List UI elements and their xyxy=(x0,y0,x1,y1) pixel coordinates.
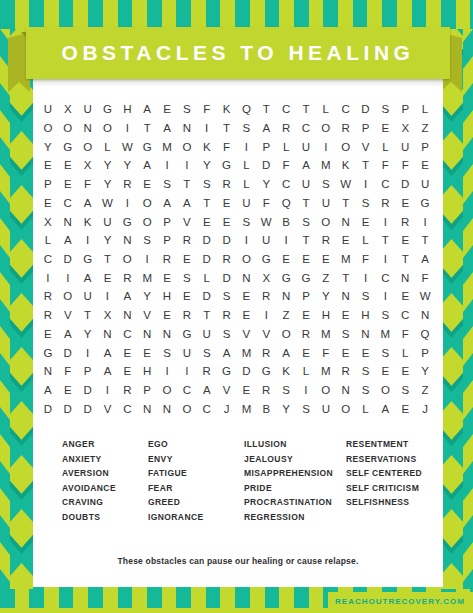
grid-cell: L xyxy=(375,137,395,156)
grid-cell: N xyxy=(336,381,356,400)
grid-cell: A xyxy=(375,399,395,418)
grid-cell: I xyxy=(117,194,137,213)
grid-cell: T xyxy=(395,250,415,269)
grid-cell: T xyxy=(415,231,435,250)
grid-cell: D xyxy=(217,268,237,287)
word-search-poster: OBSTACLES TO HEALING UXUGHAESFKQTCTLCDSP… xyxy=(0,0,473,613)
word-list-column: ILLUSIONJEALOUSYMISAPPREHENSIONPRIDEPROC… xyxy=(244,437,333,525)
grid-cell: M xyxy=(237,343,257,362)
word-list-item: FEAR xyxy=(148,481,204,496)
grid-cell: E xyxy=(58,156,78,175)
word-list-item: PROCRASTINATION xyxy=(244,495,333,510)
grid-cell: A xyxy=(177,194,197,213)
grid-cell: I xyxy=(356,268,376,287)
grid-cell: S xyxy=(336,324,356,343)
grid-cell: O xyxy=(336,399,356,418)
grid-cell: W xyxy=(98,194,118,213)
word-list-item: MISAPPREHENSION xyxy=(244,466,333,481)
word-list: ANGERANXIETYAVERSIONAVOIDANCECRAVINGDOUB… xyxy=(33,437,443,529)
grid-cell: S xyxy=(177,100,197,119)
grid-cell: E xyxy=(217,194,237,213)
grid-cell: G xyxy=(117,212,137,231)
grid-cell: E xyxy=(395,399,415,418)
grid-cell: S xyxy=(197,175,217,194)
grid-cell: E xyxy=(276,250,296,269)
grid-cell: I xyxy=(78,343,98,362)
grid-cell: N xyxy=(157,399,177,418)
word-list-item: AVOIDANCE xyxy=(62,481,116,496)
grid-cell: E xyxy=(336,343,356,362)
grid-cell: E xyxy=(336,306,356,325)
grid-cell: L xyxy=(237,175,257,194)
grid-cell: N xyxy=(137,399,157,418)
grid-cell: C xyxy=(395,306,415,325)
grid-cell: D xyxy=(395,175,415,194)
grid-cell: D xyxy=(256,156,276,175)
grid-cell: G xyxy=(276,268,296,287)
grid-cell: W xyxy=(117,137,137,156)
grid-cell: S xyxy=(356,381,376,400)
grid-cell: A xyxy=(415,250,435,269)
word-list-item: AVERSION xyxy=(62,466,116,481)
grid-cell: S xyxy=(356,362,376,381)
grid-cell: Y xyxy=(316,287,336,306)
grid-cell: I xyxy=(137,250,157,269)
grid-cell: F xyxy=(395,156,415,175)
grid-cell: U xyxy=(296,175,316,194)
grid-cell: I xyxy=(296,381,316,400)
grid-cell: D xyxy=(38,399,58,418)
grid-cell: V xyxy=(98,399,118,418)
grid-cell: A xyxy=(157,119,177,138)
grid-cell: R xyxy=(177,306,197,325)
grid-cell: E xyxy=(117,362,137,381)
grid-cell: O xyxy=(137,212,157,231)
grid-cell: E xyxy=(38,156,58,175)
grid-cell: N xyxy=(58,212,78,231)
word-list-column: EGOENVYFATIGUEFEARGREEDIGNORANCE xyxy=(148,437,204,525)
grid-cell: A xyxy=(217,343,237,362)
word-list-item: DOUBTS xyxy=(62,510,116,525)
grid-cell: T xyxy=(217,119,237,138)
grid-cell: O xyxy=(336,137,356,156)
grid-cell: V xyxy=(256,324,276,343)
grid-cell: R xyxy=(217,250,237,269)
grid-cell: R xyxy=(197,362,217,381)
grid-cell: F xyxy=(356,250,376,269)
grid-cell: L xyxy=(356,399,376,418)
grid-cell: Y xyxy=(98,175,118,194)
grid-cell: E xyxy=(316,250,336,269)
grid-cell: O xyxy=(177,399,197,418)
grid-cell: O xyxy=(58,287,78,306)
grid-cell: Y xyxy=(415,362,435,381)
grid-cell: S xyxy=(157,343,177,362)
grid-cell: P xyxy=(256,137,276,156)
grid-cell: S xyxy=(276,381,296,400)
grid-cell: I xyxy=(177,362,197,381)
grid-cell: D xyxy=(356,100,376,119)
grid-cell: P xyxy=(356,119,376,138)
grid-cell: I xyxy=(375,212,395,231)
grid-cell: F xyxy=(217,137,237,156)
grid-cell: G xyxy=(296,268,316,287)
grid-cell: V xyxy=(137,306,157,325)
grid-cell: M xyxy=(375,324,395,343)
grid-cell: T xyxy=(78,306,98,325)
grid-cell: S xyxy=(356,287,376,306)
grid-cell: E xyxy=(98,268,118,287)
grid-cell: A xyxy=(78,194,98,213)
grid-cell: Y xyxy=(137,287,157,306)
grid-cell: O xyxy=(38,119,58,138)
grid-cell: N xyxy=(117,306,137,325)
grid-cell: L xyxy=(38,231,58,250)
grid-cell: V xyxy=(356,137,376,156)
grid-cell: C xyxy=(276,100,296,119)
grid-cell: N xyxy=(336,212,356,231)
grid-cell: L xyxy=(316,100,336,119)
grid-cell: O xyxy=(157,381,177,400)
grid-cell: O xyxy=(316,119,336,138)
grid-cell: R xyxy=(217,306,237,325)
grid-cell: U xyxy=(316,194,336,213)
grid-cell: A xyxy=(38,381,58,400)
grid-cell: D xyxy=(78,381,98,400)
grid-cell: Y xyxy=(197,156,217,175)
word-list-item: EGO xyxy=(148,437,204,452)
grid-cell: G xyxy=(98,100,118,119)
grid-cell: R xyxy=(38,306,58,325)
grid-cell: L xyxy=(237,156,257,175)
grid-cell: T xyxy=(375,231,395,250)
grid-cell: E xyxy=(38,324,58,343)
grid-cell: E xyxy=(58,175,78,194)
grid-cell: I xyxy=(98,287,118,306)
grid-cell: F xyxy=(197,100,217,119)
grid-cell: G xyxy=(38,343,58,362)
grid-cell: U xyxy=(197,324,217,343)
grid-cell: Z xyxy=(415,119,435,138)
grid-cell: C xyxy=(296,119,316,138)
grid-cell: N xyxy=(276,287,296,306)
grid-cell: T xyxy=(296,100,316,119)
grid-cell: X xyxy=(98,306,118,325)
grid-cell: S xyxy=(395,381,415,400)
grid-cell: D xyxy=(58,343,78,362)
grid-cell: A xyxy=(78,268,98,287)
grid-cell: A xyxy=(58,231,78,250)
word-list-item: RESENTMENT xyxy=(346,437,422,452)
grid-cell: J xyxy=(415,399,435,418)
grid-cell: G xyxy=(256,362,276,381)
grid-cell: N xyxy=(356,324,376,343)
grid-cell: G xyxy=(177,324,197,343)
grid-cell: T xyxy=(296,194,316,213)
grid-cell: R xyxy=(117,175,137,194)
grid-cell: O xyxy=(177,137,197,156)
grid-cell: I xyxy=(58,268,78,287)
grid-cell: A xyxy=(296,156,316,175)
grid-cell: I xyxy=(256,306,276,325)
grid-cell: I xyxy=(276,231,296,250)
top-stripes-band xyxy=(0,0,473,29)
grid-cell: H xyxy=(157,287,177,306)
grid-cell: S xyxy=(316,175,336,194)
grid-cell: E xyxy=(117,343,137,362)
cube-pattern-left xyxy=(0,29,33,589)
word-list-item: ENVY xyxy=(148,452,204,467)
grid-cell: L xyxy=(296,362,316,381)
grid-cell: K xyxy=(336,156,356,175)
grid-cell: I xyxy=(356,175,376,194)
grid-cell: E xyxy=(157,268,177,287)
grid-cell: C xyxy=(336,100,356,119)
grid-cell: X xyxy=(256,268,276,287)
grid-cell: A xyxy=(58,324,78,343)
grid-cell: I xyxy=(157,362,177,381)
grid-cell: E xyxy=(415,156,435,175)
grid-cell: B xyxy=(276,212,296,231)
grid-cell: U xyxy=(78,100,98,119)
grid-cell: Z xyxy=(415,381,435,400)
grid-cell: K xyxy=(276,362,296,381)
grid-cell: S xyxy=(375,343,395,362)
grid-cell: S xyxy=(197,343,217,362)
grid-cell: F xyxy=(395,324,415,343)
grid-cell: M xyxy=(237,399,257,418)
grid-cell: E xyxy=(395,231,415,250)
grid-cell: C xyxy=(117,324,137,343)
grid-cell: R xyxy=(336,362,356,381)
grid-cell: L xyxy=(197,268,217,287)
grid-cell: E xyxy=(58,381,78,400)
word-list-item: IGNORANCE xyxy=(148,510,204,525)
grid-cell: M xyxy=(336,250,356,269)
grid-cell: H xyxy=(117,100,137,119)
caption-text: These obstacles can pause our healing or… xyxy=(33,556,443,566)
word-list-item: FATIGUE xyxy=(148,466,204,481)
grid-cell: T xyxy=(197,194,217,213)
grid-cell: G xyxy=(78,250,98,269)
grid-cell: E xyxy=(296,306,316,325)
grid-cell: O xyxy=(237,250,257,269)
grid-cell: Y xyxy=(78,324,98,343)
grid-cell: K xyxy=(78,212,98,231)
grid-cell: U xyxy=(415,175,435,194)
grid-cell: M xyxy=(316,156,336,175)
grid-cell: T xyxy=(197,306,217,325)
grid-cell: M xyxy=(137,268,157,287)
grid-cell: H xyxy=(356,306,376,325)
word-list-item: ILLUSION xyxy=(244,437,333,452)
grid-cell: D xyxy=(237,362,257,381)
grid-cell: V xyxy=(217,381,237,400)
grid-cell: T xyxy=(137,119,157,138)
grid-cell: C xyxy=(375,175,395,194)
grid-cell: T xyxy=(336,194,356,213)
grid-cell: P xyxy=(38,175,58,194)
grid-cell: Y xyxy=(98,156,118,175)
grid-cell: K xyxy=(217,100,237,119)
grid-cell: P xyxy=(157,231,177,250)
title-banner: OBSTACLES TO HEALING xyxy=(26,27,450,79)
grid-cell: Y xyxy=(117,156,137,175)
grid-cell: L xyxy=(98,137,118,156)
grid-cell: I xyxy=(177,156,197,175)
grid-cell: U xyxy=(237,194,257,213)
grid-cell: N xyxy=(78,119,98,138)
grid-cell: O xyxy=(98,119,118,138)
grid-cell: C xyxy=(197,399,217,418)
word-list-item: CRAVING xyxy=(62,495,116,510)
grid-cell: E xyxy=(237,287,257,306)
grid-cell: X xyxy=(58,100,78,119)
grid-cell: S xyxy=(237,119,257,138)
grid-cell: E xyxy=(237,306,257,325)
grid-cell: A xyxy=(137,156,157,175)
grid-cell: N xyxy=(237,268,257,287)
grid-cell: P xyxy=(395,100,415,119)
grid-cell: R xyxy=(256,287,276,306)
grid-cell: P xyxy=(296,287,316,306)
grid-cell: Z xyxy=(316,268,336,287)
grid-cell: I xyxy=(78,231,98,250)
grid-cell: C xyxy=(177,381,197,400)
word-list-item: SELFISHNESS xyxy=(346,495,422,510)
grid-cell: T xyxy=(256,100,276,119)
grid-cell: V xyxy=(177,212,197,231)
word-list-item: REGRESSION xyxy=(244,510,333,525)
grid-cell: O xyxy=(316,212,336,231)
grid-cell: C xyxy=(38,250,58,269)
grid-cell: R xyxy=(296,324,316,343)
grid-cell: E xyxy=(356,212,376,231)
word-list-item: ANXIETY xyxy=(62,452,116,467)
grid-cell: C xyxy=(58,194,78,213)
grid-cell: E xyxy=(296,250,316,269)
grid-cell: G xyxy=(217,156,237,175)
grid-cell: U xyxy=(177,343,197,362)
page-title: OBSTACLES TO HEALING xyxy=(62,41,415,65)
grid-cell: Q xyxy=(237,100,257,119)
grid-cell: D xyxy=(78,399,98,418)
grid-cell: R xyxy=(316,231,336,250)
grid-cell: R xyxy=(375,194,395,213)
grid-cell: U xyxy=(296,137,316,156)
grid-cell: W xyxy=(336,175,356,194)
grid-cell: R xyxy=(217,175,237,194)
grid-cell: S xyxy=(375,100,395,119)
grid-cell: E xyxy=(217,212,237,231)
grid-cell: E xyxy=(157,306,177,325)
grid-cell: A xyxy=(117,287,137,306)
grid-cell: E xyxy=(237,381,257,400)
grid-cell: R xyxy=(157,250,177,269)
grid-cell: O xyxy=(78,137,98,156)
grid-cell: N xyxy=(415,306,435,325)
grid-cell: I xyxy=(237,231,257,250)
grid-cell: F xyxy=(58,362,78,381)
website-url: REACHOUTRECOVERY.COM xyxy=(335,597,465,606)
grid-cell: R xyxy=(276,119,296,138)
grid-cell: I xyxy=(316,137,336,156)
grid-cell: R xyxy=(395,212,415,231)
grid-cell: Y xyxy=(98,231,118,250)
word-search-grid: UXUGHAESFKQTCTLCDSPLOONOITANITSARCORPEXZ… xyxy=(38,100,435,418)
grid-cell: S xyxy=(137,231,157,250)
grid-cell: I xyxy=(375,287,395,306)
grid-cell: S xyxy=(375,306,395,325)
grid-cell: N xyxy=(177,119,197,138)
grid-cell: Y xyxy=(276,399,296,418)
grid-cell: S xyxy=(217,324,237,343)
grid-cell: V xyxy=(58,306,78,325)
grid-cell: O xyxy=(137,194,157,213)
grid-cell: E xyxy=(38,194,58,213)
grid-cell: S xyxy=(217,287,237,306)
grid-cell: G xyxy=(137,137,157,156)
grid-cell: N xyxy=(336,287,356,306)
grid-cell: D xyxy=(58,250,78,269)
word-list-item: SELF CRITICISM xyxy=(346,481,422,496)
grid-cell: I xyxy=(237,137,257,156)
grid-cell: R xyxy=(117,268,137,287)
grid-cell: Q xyxy=(276,194,296,213)
cube-pattern-right xyxy=(440,29,473,589)
grid-cell: S xyxy=(177,268,197,287)
grid-cell: N xyxy=(137,324,157,343)
grid-cell: P xyxy=(157,212,177,231)
grid-cell: G xyxy=(217,362,237,381)
grid-cell: D xyxy=(197,250,217,269)
grid-cell: S xyxy=(356,194,376,213)
grid-cell: C xyxy=(375,268,395,287)
grid-cell: G xyxy=(58,137,78,156)
grid-cell: I xyxy=(117,119,137,138)
grid-cell: C xyxy=(276,175,296,194)
grid-cell: E xyxy=(157,100,177,119)
word-list-item: RESERVATIONS xyxy=(346,452,422,467)
grid-cell: W xyxy=(415,287,435,306)
grid-cell: U xyxy=(316,399,336,418)
grid-cell: X xyxy=(395,119,415,138)
grid-cell: I xyxy=(38,268,58,287)
grid-cell: N xyxy=(38,362,58,381)
word-list-item: JEALOUSY xyxy=(244,452,333,467)
word-list-item: ANGER xyxy=(62,437,116,452)
grid-cell: S xyxy=(237,212,257,231)
word-list-column: ANGERANXIETYAVERSIONAVOIDANCECRAVINGDOUB… xyxy=(62,437,116,525)
grid-cell: A xyxy=(197,381,217,400)
grid-cell: T xyxy=(98,250,118,269)
grid-cell: E xyxy=(395,194,415,213)
grid-cell: U xyxy=(395,137,415,156)
grid-cell: M xyxy=(316,324,336,343)
grid-cell: I xyxy=(197,119,217,138)
grid-cell: N xyxy=(157,324,177,343)
grid-cell: X xyxy=(78,156,98,175)
grid-cell: N xyxy=(98,324,118,343)
word-list-item: GREED xyxy=(148,495,204,510)
grid-cell: E xyxy=(375,362,395,381)
grid-cell: E xyxy=(137,343,157,362)
grid-cell: R xyxy=(256,381,276,400)
grid-cell: K xyxy=(197,137,217,156)
grid-cell: O xyxy=(316,381,336,400)
grid-cell: E xyxy=(336,231,356,250)
grid-cell: B xyxy=(256,399,276,418)
